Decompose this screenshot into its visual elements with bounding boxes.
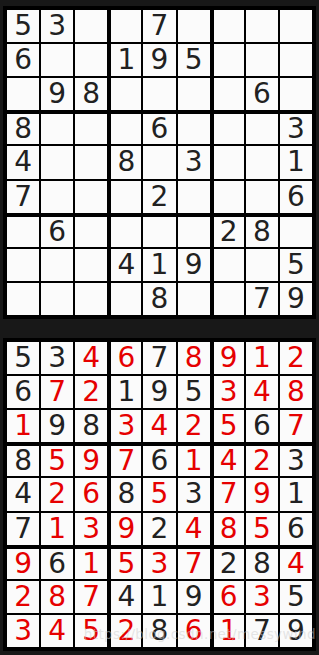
solution-cell-r7c4: 5 bbox=[108, 546, 142, 580]
puzzle-cell-r9c2 bbox=[40, 282, 74, 316]
puzzle-cell-r8c2 bbox=[40, 248, 74, 282]
solution-cell-r4c4: 7 bbox=[108, 443, 142, 477]
puzzle-cell-r3c2: 9 bbox=[40, 77, 74, 111]
puzzle-cell-r7c7: 2 bbox=[211, 214, 245, 248]
puzzle-cell-r3c7 bbox=[211, 77, 245, 111]
puzzle-cell-r6c9: 6 bbox=[279, 180, 313, 214]
puzzle-cell-r6c2 bbox=[40, 180, 74, 214]
solution-cell-r4c8: 2 bbox=[245, 443, 279, 477]
puzzle-cell-r5c8 bbox=[245, 145, 279, 179]
solution-cell-r7c3: 1 bbox=[74, 546, 108, 580]
solution-cell-r1c2: 3 bbox=[40, 341, 74, 375]
puzzle-cell-r1c1: 5 bbox=[6, 9, 40, 43]
sudoku-solution-board: 5346789126721953481983425678597614234268… bbox=[3, 338, 316, 651]
puzzle-cell-r2c3 bbox=[74, 43, 108, 77]
solution-cell-r5c5: 5 bbox=[142, 477, 176, 511]
puzzle-cell-r2c6: 5 bbox=[177, 43, 211, 77]
puzzle-cell-r5c9: 1 bbox=[279, 145, 313, 179]
solution-cell-r8c9: 5 bbox=[279, 580, 313, 614]
solution-cell-r1c8: 1 bbox=[245, 341, 279, 375]
solution-cell-r1c6: 8 bbox=[177, 341, 211, 375]
solution-cell-r2c6: 5 bbox=[177, 375, 211, 409]
solution-cell-r8c6: 9 bbox=[177, 580, 211, 614]
solution-cell-r1c4: 6 bbox=[108, 341, 142, 375]
puzzle-cell-r1c8 bbox=[245, 9, 279, 43]
solution-cell-r8c1: 2 bbox=[6, 580, 40, 614]
solution-cell-r2c3: 2 bbox=[74, 375, 108, 409]
solution-cell-r6c1: 7 bbox=[6, 512, 40, 546]
puzzle-cell-r8c3 bbox=[74, 248, 108, 282]
solution-cell-r4c1: 8 bbox=[6, 443, 40, 477]
solution-cell-r7c1: 9 bbox=[6, 546, 40, 580]
solution-cell-r2c8: 4 bbox=[245, 375, 279, 409]
puzzle-cell-r3c6 bbox=[177, 77, 211, 111]
solution-cell-r9c8: 7 bbox=[245, 614, 279, 648]
puzzle-cell-r8c6: 9 bbox=[177, 248, 211, 282]
solution-cell-r3c7: 5 bbox=[211, 409, 245, 443]
puzzle-cell-r6c1: 7 bbox=[6, 180, 40, 214]
puzzle-cell-r3c9 bbox=[279, 77, 313, 111]
puzzle-cell-r3c3: 8 bbox=[74, 77, 108, 111]
puzzle-cell-r9c8: 7 bbox=[245, 282, 279, 316]
solution-cell-r6c5: 2 bbox=[142, 512, 176, 546]
puzzle-cell-r2c8 bbox=[245, 43, 279, 77]
puzzle-cell-r4c8 bbox=[245, 111, 279, 145]
puzzle-cell-r5c1: 4 bbox=[6, 145, 40, 179]
puzzle-cell-r1c7 bbox=[211, 9, 245, 43]
solution-cell-r1c7: 9 bbox=[211, 341, 245, 375]
solution-cell-r2c2: 7 bbox=[40, 375, 74, 409]
solution-cell-r3c4: 3 bbox=[108, 409, 142, 443]
solution-cell-r7c7: 2 bbox=[211, 546, 245, 580]
solution-cell-r9c9: 9 bbox=[279, 614, 313, 648]
puzzle-cell-r6c6 bbox=[177, 180, 211, 214]
solution-cell-r4c2: 5 bbox=[40, 443, 74, 477]
puzzle-cell-r1c2: 3 bbox=[40, 9, 74, 43]
puzzle-cell-r1c4 bbox=[108, 9, 142, 43]
solution-cell-r6c6: 4 bbox=[177, 512, 211, 546]
puzzle-cell-r2c7 bbox=[211, 43, 245, 77]
solution-cell-r9c5: 8 bbox=[142, 614, 176, 648]
puzzle-cell-r9c1 bbox=[6, 282, 40, 316]
solution-cell-r9c6: 6 bbox=[177, 614, 211, 648]
solution-cell-r2c9: 8 bbox=[279, 375, 313, 409]
puzzle-cell-r5c7 bbox=[211, 145, 245, 179]
puzzle-cell-r4c4 bbox=[108, 111, 142, 145]
solution-cell-r4c3: 9 bbox=[74, 443, 108, 477]
puzzle-cell-r6c7 bbox=[211, 180, 245, 214]
solution-cell-r1c3: 4 bbox=[74, 341, 108, 375]
solution-cell-r3c1: 1 bbox=[6, 409, 40, 443]
puzzle-cell-r5c6: 3 bbox=[177, 145, 211, 179]
solution-cell-r5c7: 7 bbox=[211, 477, 245, 511]
puzzle-cell-r8c1 bbox=[6, 248, 40, 282]
solution-cell-r2c5: 9 bbox=[142, 375, 176, 409]
solution-cell-r3c3: 8 bbox=[74, 409, 108, 443]
solution-cell-r6c9: 6 bbox=[279, 512, 313, 546]
puzzle-cell-r3c5 bbox=[142, 77, 176, 111]
solution-cell-r5c3: 6 bbox=[74, 477, 108, 511]
solution-cell-r9c3: 5 bbox=[74, 614, 108, 648]
solution-cell-r3c5: 4 bbox=[142, 409, 176, 443]
solution-cell-r9c7: 1 bbox=[211, 614, 245, 648]
puzzle-cell-r3c8: 6 bbox=[245, 77, 279, 111]
puzzle-cell-r4c3 bbox=[74, 111, 108, 145]
solution-cell-r1c9: 2 bbox=[279, 341, 313, 375]
puzzle-cell-r9c9: 9 bbox=[279, 282, 313, 316]
puzzle-cell-r2c4: 1 bbox=[108, 43, 142, 77]
puzzle-cell-r3c4 bbox=[108, 77, 142, 111]
puzzle-cell-r4c2 bbox=[40, 111, 74, 145]
puzzle-cell-r2c2 bbox=[40, 43, 74, 77]
puzzle-cell-r8c9: 5 bbox=[279, 248, 313, 282]
puzzle-cell-r7c5 bbox=[142, 214, 176, 248]
solution-cell-r4c9: 3 bbox=[279, 443, 313, 477]
solution-cell-r5c2: 2 bbox=[40, 477, 74, 511]
puzzle-cell-r9c4 bbox=[108, 282, 142, 316]
puzzle-cell-r4c5: 6 bbox=[142, 111, 176, 145]
solution-cell-r9c4: 2 bbox=[108, 614, 142, 648]
solution-cell-r6c2: 1 bbox=[40, 512, 74, 546]
solution-cell-r8c8: 3 bbox=[245, 580, 279, 614]
solution-cell-r5c9: 1 bbox=[279, 477, 313, 511]
puzzle-cell-r1c6 bbox=[177, 9, 211, 43]
puzzle-cell-r7c3 bbox=[74, 214, 108, 248]
solution-cell-r9c2: 4 bbox=[40, 614, 74, 648]
solution-cell-r5c8: 9 bbox=[245, 477, 279, 511]
sudoku-puzzle-board: 537619598686348317266284195879 bbox=[3, 6, 316, 319]
solution-cell-r3c8: 6 bbox=[245, 409, 279, 443]
puzzle-cell-r5c3 bbox=[74, 145, 108, 179]
puzzle-cell-r1c3 bbox=[74, 9, 108, 43]
puzzle-cell-r8c8 bbox=[245, 248, 279, 282]
solution-cell-r7c9: 4 bbox=[279, 546, 313, 580]
solution-cell-r1c1: 5 bbox=[6, 341, 40, 375]
puzzle-cell-r4c7 bbox=[211, 111, 245, 145]
solution-cell-r3c9: 7 bbox=[279, 409, 313, 443]
puzzle-cell-r7c9 bbox=[279, 214, 313, 248]
solution-cell-r2c4: 1 bbox=[108, 375, 142, 409]
solution-cell-r1c5: 7 bbox=[142, 341, 176, 375]
puzzle-cell-r5c5 bbox=[142, 145, 176, 179]
solution-cell-r8c7: 6 bbox=[211, 580, 245, 614]
solution-cell-r6c8: 5 bbox=[245, 512, 279, 546]
puzzle-cell-r4c1: 8 bbox=[6, 111, 40, 145]
puzzle-cell-r9c3 bbox=[74, 282, 108, 316]
solution-cell-r3c6: 2 bbox=[177, 409, 211, 443]
puzzle-cell-r2c5: 9 bbox=[142, 43, 176, 77]
solution-cell-r6c3: 3 bbox=[74, 512, 108, 546]
solution-cell-r2c1: 6 bbox=[6, 375, 40, 409]
puzzle-cell-r5c2 bbox=[40, 145, 74, 179]
puzzle-cell-r3c1 bbox=[6, 77, 40, 111]
solution-cell-r4c6: 1 bbox=[177, 443, 211, 477]
solution-cell-r4c5: 6 bbox=[142, 443, 176, 477]
puzzle-cell-r4c6 bbox=[177, 111, 211, 145]
puzzle-cell-r1c5: 7 bbox=[142, 9, 176, 43]
solution-cell-r7c2: 6 bbox=[40, 546, 74, 580]
solution-cell-r6c7: 8 bbox=[211, 512, 245, 546]
solution-cell-r7c8: 8 bbox=[245, 546, 279, 580]
solution-cell-r7c6: 7 bbox=[177, 546, 211, 580]
solution-cell-r5c6: 3 bbox=[177, 477, 211, 511]
puzzle-cell-r8c5: 1 bbox=[142, 248, 176, 282]
solution-cell-r8c4: 4 bbox=[108, 580, 142, 614]
puzzle-cell-r9c6 bbox=[177, 282, 211, 316]
solution-cell-r8c5: 1 bbox=[142, 580, 176, 614]
puzzle-cell-r8c4: 4 bbox=[108, 248, 142, 282]
puzzle-cell-r6c3 bbox=[74, 180, 108, 214]
solution-cell-r5c4: 8 bbox=[108, 477, 142, 511]
puzzle-cell-r5c4: 8 bbox=[108, 145, 142, 179]
puzzle-cell-r9c7 bbox=[211, 282, 245, 316]
solution-cell-r3c2: 9 bbox=[40, 409, 74, 443]
solution-cell-r9c1: 3 bbox=[6, 614, 40, 648]
puzzle-cell-r6c5: 2 bbox=[142, 180, 176, 214]
solution-cell-r5c1: 4 bbox=[6, 477, 40, 511]
puzzle-cell-r7c2: 6 bbox=[40, 214, 74, 248]
puzzle-cell-r7c4 bbox=[108, 214, 142, 248]
puzzle-cell-r7c8: 8 bbox=[245, 214, 279, 248]
puzzle-cell-r4c9: 3 bbox=[279, 111, 313, 145]
puzzle-cell-r2c1: 6 bbox=[6, 43, 40, 77]
puzzle-cell-r8c7 bbox=[211, 248, 245, 282]
puzzle-cell-r6c4 bbox=[108, 180, 142, 214]
solution-cell-r7c5: 3 bbox=[142, 546, 176, 580]
puzzle-cell-r7c1 bbox=[6, 214, 40, 248]
puzzle-cell-r2c9 bbox=[279, 43, 313, 77]
puzzle-cell-r6c8 bbox=[245, 180, 279, 214]
solution-cell-r6c4: 9 bbox=[108, 512, 142, 546]
solution-cell-r8c3: 7 bbox=[74, 580, 108, 614]
puzzle-cell-r9c5: 8 bbox=[142, 282, 176, 316]
puzzle-cell-r1c9 bbox=[279, 9, 313, 43]
solution-cell-r2c7: 3 bbox=[211, 375, 245, 409]
puzzle-cell-r7c6 bbox=[177, 214, 211, 248]
solution-cell-r8c2: 8 bbox=[40, 580, 74, 614]
solution-cell-r4c7: 4 bbox=[211, 443, 245, 477]
